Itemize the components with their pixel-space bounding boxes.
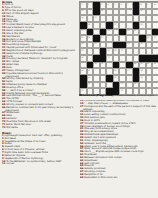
- black-square: [93, 2, 100, 9]
- puzzle-caption-title: Wisconsin(Play/read): [79, 94, 113, 97]
- grid-cell[interactable]: [100, 75, 107, 82]
- puzzle-caption-note: — t wisconsinews, christ or a jam: [114, 94, 154, 97]
- cell-number: 3: [101, 3, 102, 5]
- grid-cell[interactable]: 50: [113, 75, 120, 82]
- cell-number: 15: [94, 16, 96, 18]
- cell-number: 56: [121, 89, 123, 91]
- grid-cell[interactable]: 52: [87, 82, 94, 89]
- cell-number: 40: [134, 62, 136, 64]
- grid-cell[interactable]: 29: [93, 42, 100, 49]
- grid-cell[interactable]: [119, 22, 126, 29]
- grid-cell[interactable]: [146, 9, 153, 16]
- grid-cell[interactable]: 24: [87, 35, 94, 42]
- clue-number: 69: [80, 176, 84, 179]
- grid-cell[interactable]: 19: [80, 29, 87, 36]
- cell-number: 24: [88, 36, 90, 38]
- grid-cell[interactable]: 4: [106, 2, 113, 9]
- grid-cell[interactable]: [152, 9, 158, 16]
- grid-cell[interactable]: [113, 29, 120, 36]
- grid-cell[interactable]: [93, 68, 100, 75]
- black-square: [100, 48, 107, 55]
- grid-cell[interactable]: 49: [87, 75, 94, 82]
- cell-number: 54: [134, 82, 136, 84]
- grid-cell[interactable]: [106, 9, 113, 16]
- grid-cell[interactable]: 15: [93, 15, 100, 22]
- grid-cell[interactable]: 14: [80, 15, 87, 22]
- grid-cell[interactable]: 36: [80, 55, 87, 62]
- black-square: [113, 42, 120, 49]
- grid-cell[interactable]: 28: [80, 42, 87, 49]
- grid-cell[interactable]: 47: [126, 68, 133, 75]
- cell-number: 7: [127, 3, 128, 5]
- cell-number: 12: [101, 9, 103, 11]
- black-square: [100, 29, 107, 36]
- grid-cell[interactable]: 34: [113, 48, 120, 55]
- grid-cell[interactable]: [152, 22, 158, 29]
- grid-cell[interactable]: 42: [146, 62, 153, 69]
- grid-cell[interactable]: 10: [152, 2, 158, 9]
- clue-item: 11 Ivories: [2, 163, 77, 166]
- grid-cell[interactable]: [152, 82, 158, 89]
- grid-cell[interactable]: 39: [100, 62, 107, 69]
- grid-cell[interactable]: [119, 75, 126, 82]
- grid-cell[interactable]: 48: [139, 68, 146, 75]
- clue-number: 66: [2, 106, 6, 109]
- grid-cell[interactable]: 9: [146, 2, 153, 9]
- grid-cell[interactable]: 37: [106, 55, 113, 62]
- grid-cell[interactable]: [113, 9, 120, 16]
- grid-cell[interactable]: [113, 35, 120, 42]
- grid-cell[interactable]: 43: [152, 62, 158, 69]
- grid-cell[interactable]: [152, 68, 158, 75]
- grid-cell[interactable]: [87, 48, 94, 55]
- cell-number: 22: [134, 29, 136, 31]
- black-square: [93, 35, 100, 42]
- grid-cell[interactable]: [113, 15, 120, 22]
- grid-cell[interactable]: 20: [106, 29, 113, 36]
- cell-number: 31: [141, 42, 143, 44]
- grid-cell[interactable]: [113, 55, 120, 62]
- grid-cell[interactable]: [119, 9, 126, 16]
- black-square: [80, 22, 87, 29]
- black-square: [119, 42, 126, 49]
- grid-cell[interactable]: 54: [133, 82, 140, 89]
- grid-cell[interactable]: 16: [87, 22, 94, 29]
- black-square: [133, 68, 140, 75]
- cell-number: 18: [141, 23, 143, 25]
- grid-cell[interactable]: [100, 15, 107, 22]
- grid-cell[interactable]: [133, 48, 140, 55]
- black-square: [146, 55, 153, 62]
- grid-cell[interactable]: 40: [133, 62, 140, 69]
- crossword-page: Across 1 Pitch in5 Type of mirror9 Off t…: [0, 0, 158, 198]
- grid-cell[interactable]: 51: [139, 75, 146, 82]
- black-square: [87, 62, 94, 69]
- grid-cell[interactable]: 32: [80, 48, 87, 55]
- grid-cell[interactable]: [133, 42, 140, 49]
- grid-cell[interactable]: [100, 82, 107, 89]
- grid-cell[interactable]: 12: [100, 9, 107, 16]
- grid-cell[interactable]: [152, 15, 158, 22]
- black-square: [152, 29, 158, 36]
- black-square: [93, 55, 100, 62]
- grid-cell[interactable]: 11: [80, 9, 87, 16]
- grid-cell[interactable]: [106, 68, 113, 75]
- cell-number: 49: [88, 76, 90, 78]
- grid-cell[interactable]: [146, 15, 153, 22]
- cell-number: 19: [81, 29, 83, 31]
- grid-cell[interactable]: 26: [146, 35, 153, 42]
- grid-cell[interactable]: [119, 68, 126, 75]
- grid-cell[interactable]: [100, 42, 107, 49]
- across-clues-column: Across 1 Pitch in5 Type of mirror9 Off t…: [2, 1, 77, 197]
- cell-number: 55: [81, 89, 83, 91]
- grid-cell[interactable]: [152, 75, 158, 82]
- cell-number: 53: [121, 82, 123, 84]
- cell-number: 13: [141, 9, 143, 11]
- grid-cell[interactable]: 35: [119, 48, 126, 55]
- grid-cell[interactable]: 8: [139, 2, 146, 9]
- cell-number: 37: [108, 56, 110, 58]
- grid-cell[interactable]: [100, 22, 107, 29]
- grid-cell[interactable]: 38: [93, 62, 100, 69]
- black-square: [80, 75, 87, 82]
- grid-cell[interactable]: [87, 55, 94, 62]
- cell-number: 44: [81, 69, 83, 71]
- cell-number: 21: [127, 29, 129, 31]
- cell-number: 5: [114, 3, 115, 5]
- grid-cell[interactable]: [93, 29, 100, 36]
- grid-cell[interactable]: [119, 62, 126, 69]
- black-square: [100, 55, 107, 62]
- black-square: [87, 29, 94, 36]
- cell-number: 46: [114, 69, 116, 71]
- cell-number: 2: [88, 3, 89, 5]
- grid-cell[interactable]: [133, 15, 140, 22]
- grid-cell[interactable]: [100, 68, 107, 75]
- black-square: [152, 55, 158, 62]
- grid-cell[interactable]: 44: [80, 68, 87, 75]
- cell-number: 50: [114, 76, 116, 78]
- clue-number: 27: [80, 105, 84, 108]
- cell-number: 17: [114, 23, 116, 25]
- cell-number: 32: [81, 49, 83, 51]
- clue-number: 72: [2, 126, 6, 129]
- cell-number: 16: [88, 23, 90, 25]
- grid-cell[interactable]: [126, 15, 133, 22]
- cell-number: 30: [127, 42, 129, 44]
- black-square: [106, 22, 113, 29]
- clue-item: 72 Old name: [2, 127, 77, 130]
- grid-cell[interactable]: [139, 15, 146, 22]
- cell-number: 8: [141, 3, 142, 5]
- grid-cell[interactable]: [146, 75, 153, 82]
- cell-number: 25: [101, 36, 103, 38]
- crossword-grid[interactable]: 1234567891011121314151617181920212223242…: [79, 1, 158, 96]
- cell-number: 28: [81, 42, 83, 44]
- cell-number: 42: [147, 62, 149, 64]
- black-square: [139, 35, 146, 42]
- grid-cell[interactable]: [146, 68, 153, 75]
- grid-cell[interactable]: 33: [106, 48, 113, 55]
- grid-cell[interactable]: 22: [133, 29, 140, 36]
- grid-cell[interactable]: 13: [139, 9, 146, 16]
- cell-number: 27: [154, 36, 156, 38]
- grid-cell[interactable]: 53: [119, 82, 126, 89]
- grid-cell[interactable]: [126, 48, 133, 55]
- black-square: [133, 2, 140, 9]
- cell-number: 29: [94, 42, 96, 44]
- cell-number: 38: [94, 62, 96, 64]
- cell-number: 43: [154, 62, 156, 64]
- cell-number: 36: [81, 56, 83, 58]
- grid-cell[interactable]: 21: [126, 29, 133, 36]
- cell-number: 45: [88, 69, 90, 71]
- black-square: [119, 29, 126, 36]
- grid-cell[interactable]: 6: [119, 2, 126, 9]
- grid-cell[interactable]: 30: [126, 42, 133, 49]
- grid-cell[interactable]: [152, 48, 158, 55]
- cell-number: 52: [88, 82, 90, 84]
- grid-cell[interactable]: [139, 82, 146, 89]
- clue-number: 11: [2, 162, 6, 165]
- cell-number: 10: [154, 3, 156, 5]
- grid-cell[interactable]: [87, 42, 94, 49]
- cell-number: 14: [81, 16, 83, 18]
- puzzle-caption: Wisconsin(Play/read) — t wisconsinews, c…: [79, 94, 158, 98]
- cell-number: 34: [114, 49, 116, 51]
- grid-cell[interactable]: [126, 35, 133, 42]
- black-square: [133, 22, 140, 29]
- grid-cell[interactable]: [126, 75, 133, 82]
- grid-cell[interactable]: [126, 55, 133, 62]
- grid-cell[interactable]: [93, 48, 100, 55]
- grid-cell[interactable]: 3: [100, 2, 107, 9]
- grid-cell[interactable]: [106, 35, 113, 42]
- cell-number: 47: [127, 69, 129, 71]
- black-square: [106, 75, 113, 82]
- grid-cell[interactable]: [139, 48, 146, 55]
- black-square: [133, 9, 140, 16]
- grid-cell[interactable]: [119, 55, 126, 62]
- cell-number: 11: [81, 9, 83, 11]
- grid-cell[interactable]: [106, 62, 113, 69]
- cell-number: 6: [121, 3, 122, 5]
- grid-cell[interactable]: 25: [100, 35, 107, 42]
- grid-cell[interactable]: [119, 35, 126, 42]
- grid-cell[interactable]: [93, 75, 100, 82]
- cell-number: 9: [147, 3, 148, 5]
- grid-cell[interactable]: 41: [139, 62, 146, 69]
- black-square: [139, 55, 146, 62]
- grid-cell[interactable]: 46: [113, 68, 120, 75]
- grid-cell[interactable]: 23: [80, 35, 87, 42]
- grid-cell[interactable]: 5: [113, 2, 120, 9]
- grid-cell[interactable]: [146, 82, 153, 89]
- grid-cell[interactable]: [119, 15, 126, 22]
- cell-number: 35: [121, 49, 123, 51]
- black-square: [113, 82, 120, 89]
- grid-cell[interactable]: [93, 82, 100, 89]
- cell-number: 48: [141, 69, 143, 71]
- black-square: [93, 9, 100, 16]
- black-square: [80, 82, 87, 89]
- clue-item: 69 Redundant in Wisconsin etc.: [80, 177, 157, 180]
- grid-cell[interactable]: [139, 29, 146, 36]
- cell-number: 1: [81, 3, 82, 5]
- cell-number: 39: [101, 62, 103, 64]
- grid-cell[interactable]: [80, 62, 87, 69]
- grid-cell[interactable]: 31: [139, 42, 146, 49]
- cell-number: 41: [141, 62, 143, 64]
- cell-number: 51: [141, 76, 143, 78]
- across-clue-list: 1 Pitch in5 Type of mirror9 Off to the g…: [2, 4, 77, 129]
- grid-cell[interactable]: [87, 9, 94, 16]
- clue-number: 48: [2, 72, 6, 75]
- cell-number: 26: [147, 36, 149, 38]
- grid-cell[interactable]: [106, 82, 113, 89]
- grid-cell[interactable]: 27: [152, 35, 158, 42]
- grid-cell[interactable]: [152, 42, 158, 49]
- grid-cell[interactable]: [146, 22, 153, 29]
- grid-cell[interactable]: 2: [87, 2, 94, 9]
- grid-cell[interactable]: [126, 22, 133, 29]
- black-square: [126, 62, 133, 69]
- grid-cell[interactable]: [87, 15, 94, 22]
- grid-cell[interactable]: [106, 15, 113, 22]
- grid-cell[interactable]: [126, 9, 133, 16]
- grid-cell[interactable]: 1: [80, 2, 87, 9]
- cell-number: 20: [108, 29, 110, 31]
- black-square: [113, 62, 120, 69]
- grid-cell[interactable]: [146, 48, 153, 55]
- grid-cell[interactable]: 18: [139, 22, 146, 29]
- grid-cell[interactable]: [106, 42, 113, 49]
- continued-clue-list: 23 Picture & humble cleaning product int…: [80, 100, 157, 180]
- cell-number: 4: [108, 3, 109, 5]
- cell-number: 33: [108, 49, 110, 51]
- grid-cell[interactable]: [146, 29, 153, 36]
- grid-cell[interactable]: 45: [87, 68, 94, 75]
- cell-number: 23: [81, 36, 83, 38]
- grid-cell[interactable]: 17: [113, 22, 120, 29]
- grid-cell[interactable]: [133, 35, 140, 42]
- grid-cell[interactable]: [133, 55, 140, 62]
- down-clue-list: 1 Lightweight television 'twill can' off…: [2, 135, 77, 166]
- grid-cell[interactable]: [126, 82, 133, 89]
- black-square: [133, 75, 140, 82]
- grid-cell[interactable]: [93, 22, 100, 29]
- grid-cell[interactable]: 7: [126, 2, 133, 9]
- grid-cell[interactable]: [146, 42, 153, 49]
- continued-clues-column: 23 Picture & humble cleaning product int…: [80, 100, 157, 197]
